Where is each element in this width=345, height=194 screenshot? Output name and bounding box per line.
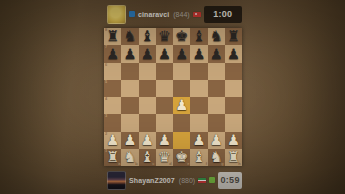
top-player-bar: cinaravci (844) 1:00: [104, 0, 242, 28]
square-g5[interactable]: [208, 80, 225, 97]
square-c4[interactable]: [139, 97, 156, 114]
square-e4[interactable]: ♟: [173, 97, 190, 114]
rank-label-4: 4: [105, 97, 107, 101]
square-h1[interactable]: h♜: [225, 149, 242, 166]
square-f5[interactable]: [190, 80, 207, 97]
piece-black-rook[interactable]: ♜: [106, 29, 119, 44]
square-e6[interactable]: [173, 63, 190, 80]
piece-white-knight[interactable]: ♞: [210, 150, 223, 165]
piece-white-pawn[interactable]: ♟: [175, 98, 188, 113]
square-g3[interactable]: [208, 114, 225, 131]
file-label-f: f: [205, 162, 206, 166]
piece-black-pawn[interactable]: ♟: [227, 46, 240, 61]
square-f8[interactable]: ♝: [190, 28, 207, 45]
square-f6[interactable]: [190, 63, 207, 80]
square-a8[interactable]: 8♜: [104, 28, 121, 45]
piece-white-pawn[interactable]: ♟: [123, 132, 136, 147]
piece-black-king[interactable]: ♚: [175, 29, 188, 44]
piece-black-pawn[interactable]: ♟: [175, 46, 188, 61]
square-c2[interactable]: ♟: [139, 132, 156, 149]
piece-black-pawn[interactable]: ♟: [106, 46, 119, 61]
chess-app-screen: cinaravci (844) 1:00 8♜♞♝♛♚♝♞♜7♟♟♟♟♟♟♟♟6…: [0, 0, 345, 194]
square-d1[interactable]: d♛: [156, 149, 173, 166]
chess-board[interactable]: 8♜♞♝♛♚♝♞♜7♟♟♟♟♟♟♟♟654♟32♟♟♟♟♟♟♟1a♜b♞c♝d♛…: [104, 28, 242, 166]
rank-label-5: 5: [105, 80, 107, 84]
square-e1[interactable]: e♚: [173, 149, 190, 166]
bottom-player-rating: (880): [179, 177, 195, 184]
square-g7[interactable]: ♟: [208, 45, 225, 62]
square-c6[interactable]: [139, 63, 156, 80]
square-h3[interactable]: [225, 114, 242, 131]
square-f2[interactable]: ♟: [190, 132, 207, 149]
square-a5[interactable]: 5: [104, 80, 121, 97]
square-d4[interactable]: [156, 97, 173, 114]
top-player-rating: (844): [173, 11, 189, 18]
piece-white-bishop[interactable]: ♝: [192, 150, 205, 165]
bottom-player-clock: 0:59: [218, 172, 242, 189]
square-h7[interactable]: ♟: [225, 45, 242, 62]
square-g8[interactable]: ♞: [208, 28, 225, 45]
square-b6[interactable]: [121, 63, 138, 80]
square-b7[interactable]: ♟: [121, 45, 138, 62]
piece-white-pawn[interactable]: ♟: [210, 132, 223, 147]
square-g4[interactable]: [208, 97, 225, 114]
game-panel: cinaravci (844) 1:00 8♜♞♝♛♚♝♞♜7♟♟♟♟♟♟♟♟6…: [104, 0, 242, 194]
piece-black-rook[interactable]: ♜: [227, 29, 240, 44]
piece-black-bishop[interactable]: ♝: [192, 29, 205, 44]
square-e7[interactable]: ♟: [173, 45, 190, 62]
top-player-avatar[interactable]: [107, 5, 126, 24]
flag-turkey-icon: [193, 12, 201, 17]
piece-black-knight[interactable]: ♞: [210, 29, 223, 44]
piece-white-bishop[interactable]: ♝: [141, 150, 154, 165]
square-e3[interactable]: [173, 114, 190, 131]
flag-iran-icon: [198, 178, 206, 183]
piece-black-pawn[interactable]: ♟: [141, 46, 154, 61]
square-h5[interactable]: [225, 80, 242, 97]
piece-white-rook[interactable]: ♜: [227, 150, 240, 165]
square-g6[interactable]: [208, 63, 225, 80]
bottom-player-avatar[interactable]: [107, 171, 126, 190]
square-e5[interactable]: [173, 80, 190, 97]
square-f7[interactable]: ♟: [190, 45, 207, 62]
square-a6[interactable]: 6: [104, 63, 121, 80]
top-player-name[interactable]: cinaravci: [138, 11, 169, 18]
square-h8[interactable]: ♜: [225, 28, 242, 45]
bottom-player-name[interactable]: ShayanZ2007: [129, 177, 175, 184]
square-a4[interactable]: 4: [104, 97, 121, 114]
square-a7[interactable]: 7♟: [104, 45, 121, 62]
piece-black-bishop[interactable]: ♝: [141, 29, 154, 44]
square-c8[interactable]: ♝: [139, 28, 156, 45]
piece-black-knight[interactable]: ♞: [123, 29, 136, 44]
piece-white-queen[interactable]: ♛: [158, 150, 171, 165]
green-flair-icon: [209, 177, 215, 183]
square-a3[interactable]: 3: [104, 114, 121, 131]
square-d6[interactable]: [156, 63, 173, 80]
piece-black-pawn[interactable]: ♟: [192, 46, 205, 61]
square-f3[interactable]: [190, 114, 207, 131]
square-a1[interactable]: 1a♜: [104, 149, 121, 166]
square-c1[interactable]: c♝: [139, 149, 156, 166]
piece-white-pawn[interactable]: ♟: [141, 132, 154, 147]
square-f4[interactable]: [190, 97, 207, 114]
bottom-player-bar: ShayanZ2007 (880) 0:59: [104, 166, 242, 194]
piece-white-knight[interactable]: ♞: [123, 150, 136, 165]
piece-white-pawn[interactable]: ♟: [158, 132, 171, 147]
square-d5[interactable]: [156, 80, 173, 97]
piece-white-pawn[interactable]: ♟: [192, 132, 205, 147]
square-g2[interactable]: ♟: [208, 132, 225, 149]
piece-white-rook[interactable]: ♜: [106, 150, 119, 165]
square-b1[interactable]: b♞: [121, 149, 138, 166]
square-e8[interactable]: ♚: [173, 28, 190, 45]
square-f1[interactable]: f♝: [190, 149, 207, 166]
piece-white-pawn[interactable]: ♟: [106, 132, 119, 147]
square-c3[interactable]: [139, 114, 156, 131]
square-d3[interactable]: [156, 114, 173, 131]
piece-white-king[interactable]: ♚: [175, 150, 188, 165]
square-h2[interactable]: ♟: [225, 132, 242, 149]
square-a2[interactable]: 2♟: [104, 132, 121, 149]
blue-flair-icon: [129, 11, 135, 17]
piece-black-pawn[interactable]: ♟: [158, 46, 171, 61]
square-c5[interactable]: [139, 80, 156, 97]
square-b5[interactable]: [121, 80, 138, 97]
square-h4[interactable]: [225, 97, 242, 114]
rank-label-6: 6: [105, 63, 107, 67]
square-d7[interactable]: ♟: [156, 45, 173, 62]
rank-label-3: 3: [105, 114, 107, 118]
top-player-clock: 1:00: [204, 6, 242, 23]
piece-black-queen[interactable]: ♛: [158, 29, 171, 44]
square-d8[interactable]: ♛: [156, 28, 173, 45]
piece-white-pawn[interactable]: ♟: [227, 132, 240, 147]
square-e2[interactable]: [173, 132, 190, 149]
square-b3[interactable]: [121, 114, 138, 131]
square-c7[interactable]: ♟: [139, 45, 156, 62]
square-h6[interactable]: [225, 63, 242, 80]
square-b2[interactable]: ♟: [121, 132, 138, 149]
square-b8[interactable]: ♞: [121, 28, 138, 45]
square-d2[interactable]: ♟: [156, 132, 173, 149]
square-g1[interactable]: g♞: [208, 149, 225, 166]
piece-black-pawn[interactable]: ♟: [123, 46, 136, 61]
piece-black-pawn[interactable]: ♟: [210, 46, 223, 61]
square-b4[interactable]: [121, 97, 138, 114]
